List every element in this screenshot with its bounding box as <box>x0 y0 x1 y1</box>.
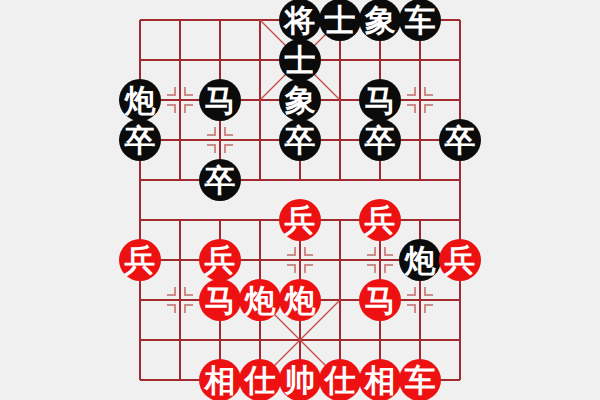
piece-black-soldier[interactable]: 卒 <box>279 119 321 161</box>
piece-black-advisor[interactable]: 士 <box>279 39 321 81</box>
piece-red-cannon[interactable]: 炮 <box>239 279 281 321</box>
piece-black-cannon[interactable]: 炮 <box>399 239 441 281</box>
piece-black-horse[interactable]: 马 <box>359 79 401 121</box>
xiangqi-board[interactable]: 将士象车士炮马象马卒卒卒卒卒炮兵兵兵兵兵马炮炮马相仕帅仕相车 <box>0 0 600 400</box>
piece-red-horse[interactable]: 马 <box>359 279 401 321</box>
piece-red-soldier[interactable]: 兵 <box>279 199 321 241</box>
piece-red-advisor[interactable]: 仕 <box>319 359 361 400</box>
piece-black-soldier[interactable]: 卒 <box>439 119 481 161</box>
piece-red-horse[interactable]: 马 <box>199 279 241 321</box>
piece-red-advisor[interactable]: 仕 <box>239 359 281 400</box>
piece-black-soldier[interactable]: 卒 <box>359 119 401 161</box>
piece-red-chariot[interactable]: 车 <box>399 359 441 400</box>
piece-red-soldier[interactable]: 兵 <box>439 239 481 281</box>
piece-red-soldier[interactable]: 兵 <box>119 239 161 281</box>
piece-black-elephant[interactable]: 象 <box>279 79 321 121</box>
piece-black-soldier[interactable]: 卒 <box>119 119 161 161</box>
piece-red-soldier[interactable]: 兵 <box>199 239 241 281</box>
piece-black-cannon[interactable]: 炮 <box>119 79 161 121</box>
piece-black-horse[interactable]: 马 <box>199 79 241 121</box>
piece-black-general[interactable]: 将 <box>279 0 321 41</box>
piece-black-soldier[interactable]: 卒 <box>199 159 241 201</box>
piece-red-elephant[interactable]: 相 <box>359 359 401 400</box>
piece-black-chariot[interactable]: 车 <box>399 0 441 41</box>
piece-red-general[interactable]: 帅 <box>279 359 321 400</box>
piece-red-cannon[interactable]: 炮 <box>279 279 321 321</box>
piece-red-soldier[interactable]: 兵 <box>359 199 401 241</box>
piece-red-elephant[interactable]: 相 <box>199 359 241 400</box>
piece-black-advisor[interactable]: 士 <box>319 0 361 41</box>
piece-black-elephant[interactable]: 象 <box>359 0 401 41</box>
